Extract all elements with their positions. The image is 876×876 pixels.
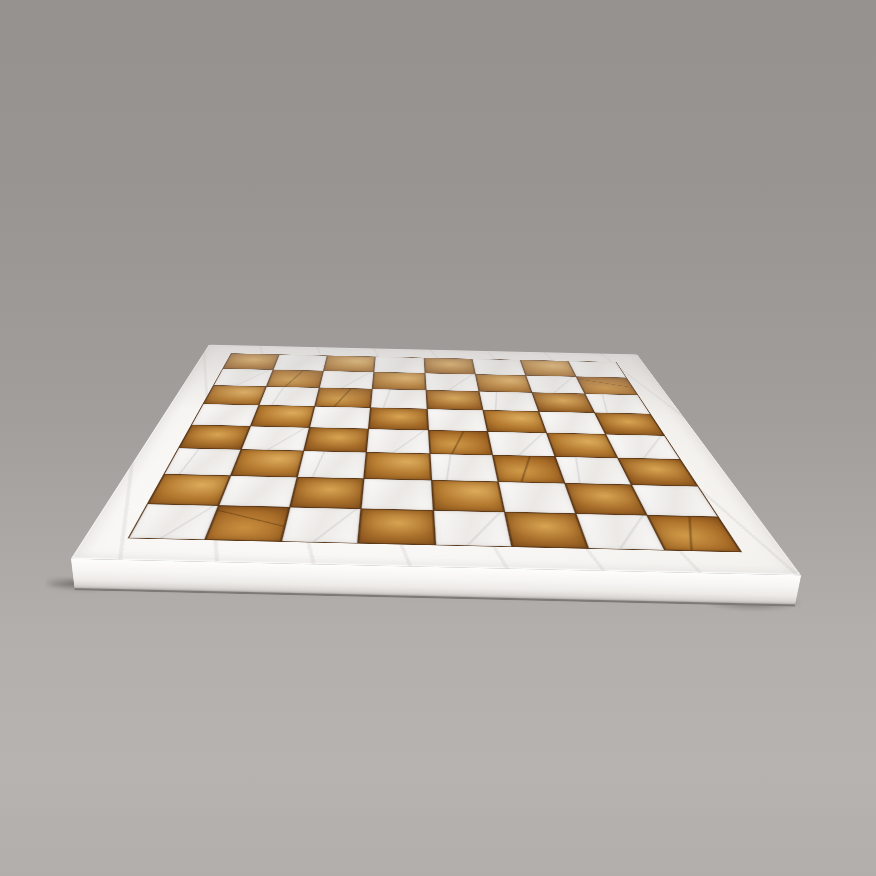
square-b1 <box>206 506 290 541</box>
square-h3 <box>618 458 697 486</box>
board-orientation-wrapper <box>0 0 876 876</box>
square-f8 <box>472 359 525 375</box>
square-g2 <box>565 483 646 515</box>
square-e6 <box>426 390 482 410</box>
square-b8 <box>274 355 327 371</box>
square-d3 <box>365 452 431 480</box>
chessboard-scene <box>152 154 704 706</box>
square-h7 <box>576 377 637 395</box>
square-b3 <box>231 449 303 476</box>
square-f1 <box>505 512 588 548</box>
square-g7 <box>526 376 584 394</box>
board-grid <box>128 353 743 552</box>
square-d2 <box>362 479 432 510</box>
square-g4 <box>547 433 617 458</box>
square-b7 <box>267 370 323 388</box>
square-e3 <box>430 454 497 482</box>
square-b6 <box>260 387 319 407</box>
square-c6 <box>315 388 372 408</box>
square-f6 <box>479 392 538 412</box>
square-a7 <box>214 369 273 387</box>
square-g1 <box>576 514 664 550</box>
square-c1 <box>282 507 360 543</box>
square-h4 <box>606 434 680 459</box>
square-a5 <box>192 404 258 426</box>
square-a3 <box>165 448 241 475</box>
square-d4 <box>367 429 429 453</box>
board-surface <box>71 345 801 576</box>
square-b5 <box>251 405 314 427</box>
square-f4 <box>488 432 555 457</box>
square-a4 <box>179 425 250 449</box>
square-e4 <box>429 430 492 455</box>
square-d8 <box>375 357 425 373</box>
square-b2 <box>220 476 297 507</box>
square-a8 <box>223 354 279 370</box>
square-g3 <box>555 457 630 485</box>
square-d5 <box>369 408 427 430</box>
square-f2 <box>498 482 574 513</box>
square-h8 <box>569 361 626 377</box>
square-d6 <box>371 389 426 409</box>
square-g5 <box>539 412 605 434</box>
square-a1 <box>129 504 218 539</box>
square-c8 <box>324 356 375 372</box>
square-f3 <box>493 455 564 483</box>
square-b4 <box>242 426 309 450</box>
square-e8 <box>424 358 475 374</box>
square-d1 <box>359 509 434 545</box>
square-e2 <box>432 480 504 511</box>
photo-backdrop <box>0 0 876 876</box>
square-h1 <box>648 515 741 551</box>
square-g6 <box>532 393 594 413</box>
square-c2 <box>291 477 364 508</box>
square-h6 <box>585 394 650 414</box>
square-e7 <box>425 373 478 391</box>
square-h2 <box>632 485 717 517</box>
square-e5 <box>427 409 486 431</box>
square-c7 <box>320 371 374 389</box>
square-h5 <box>595 413 664 435</box>
chessboard <box>71 345 801 576</box>
square-g8 <box>520 360 575 376</box>
square-a2 <box>148 474 230 505</box>
square-e1 <box>433 511 510 547</box>
square-d7 <box>373 372 425 390</box>
square-a6 <box>204 386 266 406</box>
square-f5 <box>483 410 545 432</box>
square-f7 <box>476 374 532 392</box>
square-c4 <box>305 428 369 452</box>
square-c3 <box>298 451 366 478</box>
square-c5 <box>310 407 370 429</box>
